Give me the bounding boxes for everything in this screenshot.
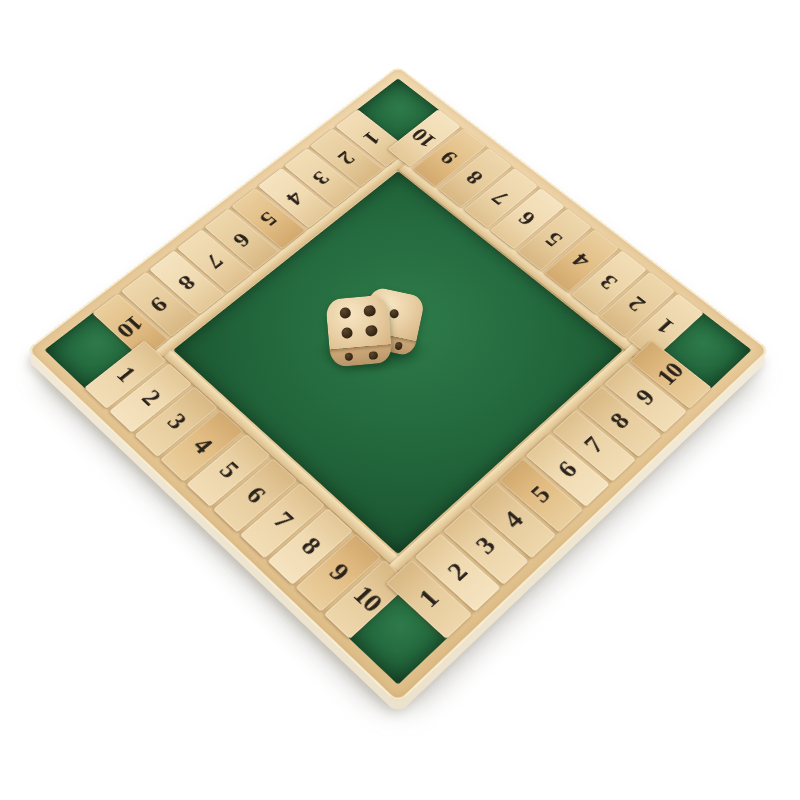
tile-number: 1 — [112, 363, 140, 386]
tile-number: 9 — [631, 386, 659, 410]
tile-number: 3 — [471, 533, 500, 559]
tile-number: 8 — [174, 271, 200, 293]
tile-number: 10 — [113, 312, 148, 341]
tile-number: 9 — [146, 293, 172, 315]
tile-number: 2 — [443, 559, 472, 585]
tile-number: 5 — [214, 458, 243, 483]
tile-number: 6 — [553, 458, 582, 483]
tile-number: 8 — [463, 167, 488, 187]
tile-number: 7 — [202, 250, 228, 271]
tile-number: 9 — [437, 148, 462, 168]
tile-number: 2 — [334, 148, 359, 168]
tile-number: 4 — [282, 188, 307, 208]
tile-number: 6 — [241, 482, 270, 507]
tile-number: 6 — [515, 208, 540, 229]
tile-number: 5 — [542, 229, 567, 250]
tile-number: 2 — [137, 386, 165, 410]
tile-number: 8 — [606, 409, 634, 433]
tile-number: 6 — [229, 229, 254, 250]
product-photo-scene: 12345678910 10987654321 12345678910 1098… — [0, 0, 800, 800]
tile-number: 7 — [489, 188, 514, 208]
tile-number: 9 — [324, 559, 353, 585]
tile-number: 5 — [256, 208, 281, 229]
tile-number: 10 — [408, 125, 441, 151]
tile-number: 8 — [296, 533, 325, 559]
tile-number: 3 — [596, 271, 622, 293]
tile-number: 1 — [414, 585, 443, 612]
tile-number: 4 — [188, 433, 216, 457]
tile-number: 3 — [308, 167, 333, 187]
tile-number: 4 — [499, 507, 528, 533]
tile-number: 1 — [359, 128, 384, 148]
shut-the-box-board: 12345678910 10987654321 12345678910 1098… — [26, 66, 770, 704]
tile-number: 1 — [653, 315, 679, 337]
tile-number: 5 — [526, 482, 555, 507]
tile-number: 7 — [580, 433, 608, 457]
tile-number: 7 — [268, 507, 297, 533]
tile-number: 2 — [624, 293, 650, 315]
tile-number: 4 — [569, 250, 595, 271]
tile-number: 3 — [162, 409, 190, 433]
